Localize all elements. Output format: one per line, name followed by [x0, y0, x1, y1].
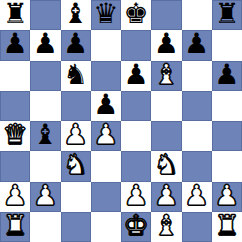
square-c4[interactable]: ♟ [61, 121, 91, 151]
piece-black-bishop[interactable]: ♝ [63, 0, 88, 28]
square-g7[interactable]: ♟ [182, 30, 212, 60]
square-h6[interactable]: ♟ [212, 61, 242, 91]
piece-black-rook[interactable]: ♜ [3, 0, 28, 28]
piece-white-pawn[interactable]: ♟ [3, 182, 28, 210]
square-b2[interactable]: ♟ [30, 182, 60, 212]
piece-white-pawn[interactable]: ♟ [154, 182, 179, 210]
piece-black-pawn[interactable]: ♟ [33, 30, 58, 58]
square-c6[interactable]: ♞ [61, 61, 91, 91]
square-h5[interactable] [212, 91, 242, 121]
piece-white-pawn[interactable]: ♟ [124, 182, 149, 210]
piece-black-pawn[interactable]: ♟ [93, 91, 118, 119]
square-e2[interactable]: ♟ [121, 182, 151, 212]
square-f2[interactable]: ♟ [151, 182, 181, 212]
square-b7[interactable]: ♟ [30, 30, 60, 60]
square-a6[interactable] [0, 61, 30, 91]
piece-white-knight[interactable]: ♞ [63, 151, 88, 179]
piece-white-rook[interactable]: ♜ [214, 212, 239, 240]
square-d1[interactable] [91, 212, 121, 242]
square-b1[interactable] [30, 212, 60, 242]
square-b6[interactable] [30, 61, 60, 91]
piece-black-pawn[interactable]: ♟ [214, 61, 239, 89]
square-g8[interactable] [182, 0, 212, 30]
square-c5[interactable] [61, 91, 91, 121]
square-e4[interactable] [121, 121, 151, 151]
square-a5[interactable] [0, 91, 30, 121]
square-a3[interactable] [0, 151, 30, 181]
square-g5[interactable] [182, 91, 212, 121]
square-a8[interactable]: ♜ [0, 0, 30, 30]
square-g4[interactable] [182, 121, 212, 151]
piece-black-pawn[interactable]: ♟ [154, 30, 179, 58]
square-e7[interactable] [121, 30, 151, 60]
square-a7[interactable]: ♟ [0, 30, 30, 60]
piece-black-pawn[interactable]: ♟ [3, 30, 28, 58]
square-f6[interactable]: ♝ [151, 61, 181, 91]
square-e5[interactable] [121, 91, 151, 121]
square-e3[interactable] [121, 151, 151, 181]
square-f7[interactable]: ♟ [151, 30, 181, 60]
square-d5[interactable]: ♟ [91, 91, 121, 121]
piece-white-pawn[interactable]: ♟ [214, 182, 239, 210]
square-f5[interactable] [151, 91, 181, 121]
square-b3[interactable] [30, 151, 60, 181]
square-g3[interactable] [182, 151, 212, 181]
square-h3[interactable] [212, 151, 242, 181]
piece-white-pawn[interactable]: ♟ [184, 182, 209, 210]
square-f4[interactable] [151, 121, 181, 151]
square-g1[interactable] [182, 212, 212, 242]
piece-white-pawn[interactable]: ♟ [93, 121, 118, 149]
square-f8[interactable] [151, 0, 181, 30]
square-a2[interactable]: ♟ [0, 182, 30, 212]
piece-black-queen[interactable]: ♛ [93, 0, 118, 28]
chess-board: ♜♝♛♚♜♟♟♟♟♟♞♟♝♟♟♛♝♟♟♞♞♟♟♟♟♟♟♜♚♝♜ [0, 0, 242, 242]
square-e8[interactable]: ♚ [121, 0, 151, 30]
piece-white-pawn[interactable]: ♟ [33, 182, 58, 210]
square-h8[interactable]: ♜ [212, 0, 242, 30]
square-b4[interactable]: ♝ [30, 121, 60, 151]
piece-white-bishop[interactable]: ♝ [154, 212, 179, 240]
square-h7[interactable] [212, 30, 242, 60]
square-b5[interactable] [30, 91, 60, 121]
square-c7[interactable]: ♟ [61, 30, 91, 60]
square-e6[interactable]: ♟ [121, 61, 151, 91]
piece-black-bishop[interactable]: ♝ [33, 121, 58, 149]
piece-white-bishop[interactable]: ♝ [154, 61, 179, 89]
square-h4[interactable] [212, 121, 242, 151]
square-d7[interactable] [91, 30, 121, 60]
piece-black-pawn[interactable]: ♟ [124, 61, 149, 89]
square-g6[interactable] [182, 61, 212, 91]
piece-white-king[interactable]: ♚ [124, 212, 149, 240]
piece-black-pawn[interactable]: ♟ [184, 30, 209, 58]
square-f1[interactable]: ♝ [151, 212, 181, 242]
square-e1[interactable]: ♚ [121, 212, 151, 242]
square-d4[interactable]: ♟ [91, 121, 121, 151]
piece-white-queen[interactable]: ♛ [3, 121, 28, 149]
square-h2[interactable]: ♟ [212, 182, 242, 212]
piece-white-pawn[interactable]: ♟ [63, 121, 88, 149]
piece-black-pawn[interactable]: ♟ [63, 30, 88, 58]
square-b8[interactable] [30, 0, 60, 30]
square-c2[interactable] [61, 182, 91, 212]
square-c8[interactable]: ♝ [61, 0, 91, 30]
square-g2[interactable]: ♟ [182, 182, 212, 212]
piece-white-knight[interactable]: ♞ [154, 151, 179, 179]
square-d2[interactable] [91, 182, 121, 212]
piece-white-rook[interactable]: ♜ [3, 212, 28, 240]
square-d6[interactable] [91, 61, 121, 91]
square-c1[interactable] [61, 212, 91, 242]
square-d8[interactable]: ♛ [91, 0, 121, 30]
piece-black-rook[interactable]: ♜ [214, 0, 239, 28]
square-h1[interactable]: ♜ [212, 212, 242, 242]
square-a1[interactable]: ♜ [0, 212, 30, 242]
square-d3[interactable] [91, 151, 121, 181]
piece-black-knight[interactable]: ♞ [63, 61, 88, 89]
square-f3[interactable]: ♞ [151, 151, 181, 181]
square-a4[interactable]: ♛ [0, 121, 30, 151]
piece-black-king[interactable]: ♚ [124, 0, 149, 28]
square-c3[interactable]: ♞ [61, 151, 91, 181]
